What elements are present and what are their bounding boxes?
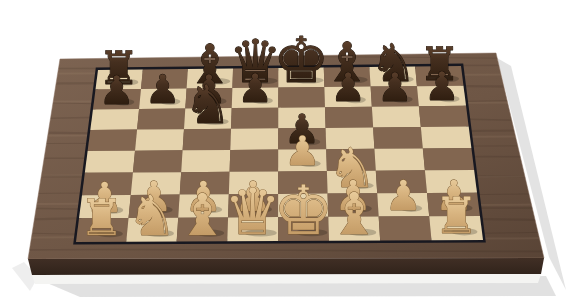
piece-black-pawn-a7[interactable]: ♟	[99, 67, 134, 113]
piece-black-pawn-h7[interactable]: ♟	[424, 63, 459, 109]
square-d5[interactable]	[230, 128, 278, 150]
square-g1[interactable]	[379, 216, 432, 240]
square-g4[interactable]	[374, 148, 424, 170]
piece-white-pawn-g2[interactable]: ♟	[385, 171, 422, 220]
square-h4[interactable]	[423, 148, 474, 170]
square-g5[interactable]	[373, 127, 423, 149]
piece-black-pawn-d7[interactable]: ♟	[237, 65, 272, 111]
square-c4[interactable]	[181, 150, 230, 172]
square-b4[interactable]	[133, 150, 183, 172]
square-d4[interactable]	[230, 150, 279, 172]
piece-white-rook-h1[interactable]: ♜	[434, 187, 479, 245]
piece-white-king-e1[interactable]: ♚	[273, 171, 334, 250]
square-a5[interactable]	[88, 130, 137, 152]
piece-black-pawn-f7[interactable]: ♟	[330, 64, 365, 110]
piece-black-pawn-g7[interactable]: ♟	[377, 64, 412, 110]
board-side-edge	[28, 258, 544, 275]
piece-white-rook-a1[interactable]: ♜	[80, 189, 125, 247]
square-h5[interactable]	[421, 127, 472, 149]
piece-white-bishop-c1[interactable]: ♝	[176, 181, 228, 249]
square-b5[interactable]	[135, 129, 184, 151]
piece-white-knight-b1[interactable]: ♞	[127, 183, 177, 248]
chessboard-photo: ♜♝♛♚♝♞♜♟♟♟♟♟♟♟♞♟♟♞♟♟♟♟♟♟♟♜♞♝♛♚♝♜	[0, 0, 573, 300]
piece-black-king-e8[interactable]: ♚	[273, 24, 329, 97]
piece-white-bishop-f1[interactable]: ♝	[328, 180, 380, 248]
piece-white-pawn-e4[interactable]: ♟	[284, 127, 320, 175]
piece-black-knight-c6[interactable]: ♞	[184, 74, 232, 135]
square-a4[interactable]	[85, 151, 135, 173]
board-base-strip	[32, 274, 541, 284]
piece-black-pawn-b7[interactable]: ♟	[145, 66, 180, 112]
chessboard-svg: ♜♝♛♚♝♞♜♟♟♟♟♟♟♟♞♟♟♞♟♟♟♟♟♟♟♜♞♝♛♚♝♜	[0, 0, 573, 300]
